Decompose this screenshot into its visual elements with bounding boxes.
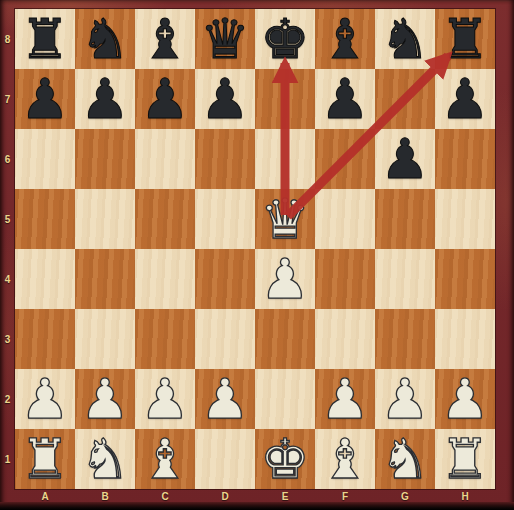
white-pawn[interactable]: ♟ (255, 249, 315, 309)
square-e5[interactable]: ♛ (255, 189, 315, 249)
square-g4[interactable] (375, 249, 435, 309)
square-e4[interactable]: ♟ (255, 249, 315, 309)
black-pawn[interactable]: ♟ (195, 69, 255, 129)
square-c8[interactable]: ♝ (135, 9, 195, 69)
square-h5[interactable] (435, 189, 495, 249)
black-pawn[interactable]: ♟ (435, 69, 495, 129)
file-label-b: B (75, 489, 135, 503)
square-e8[interactable]: ♚ (255, 9, 315, 69)
square-b5[interactable] (75, 189, 135, 249)
file-label-e: E (255, 489, 315, 503)
black-pawn[interactable]: ♟ (75, 69, 135, 129)
black-bishop[interactable]: ♝ (135, 9, 195, 69)
file-label-f: F (315, 489, 375, 503)
white-rook[interactable]: ♜ (15, 429, 75, 489)
square-f1[interactable]: ♝ (315, 429, 375, 489)
white-pawn[interactable]: ♟ (375, 369, 435, 429)
square-d8[interactable]: ♛ (195, 9, 255, 69)
square-d2[interactable]: ♟ (195, 369, 255, 429)
white-knight[interactable]: ♞ (375, 429, 435, 489)
square-h8[interactable]: ♜ (435, 9, 495, 69)
square-b1[interactable]: ♞ (75, 429, 135, 489)
white-knight[interactable]: ♞ (75, 429, 135, 489)
black-rook[interactable]: ♜ (15, 9, 75, 69)
square-h7[interactable]: ♟ (435, 69, 495, 129)
rank-label-7: 7 (0, 69, 15, 129)
rank-label-4: 4 (0, 249, 15, 309)
square-b4[interactable] (75, 249, 135, 309)
square-f2[interactable]: ♟ (315, 369, 375, 429)
square-d7[interactable]: ♟ (195, 69, 255, 129)
white-bishop[interactable]: ♝ (135, 429, 195, 489)
square-g5[interactable] (375, 189, 435, 249)
square-c1[interactable]: ♝ (135, 429, 195, 489)
square-c6[interactable] (135, 129, 195, 189)
square-e7[interactable] (255, 69, 315, 129)
file-label-c: C (135, 489, 195, 503)
square-f6[interactable] (315, 129, 375, 189)
white-pawn[interactable]: ♟ (435, 369, 495, 429)
white-pawn[interactable]: ♟ (15, 369, 75, 429)
black-pawn[interactable]: ♟ (135, 69, 195, 129)
square-b2[interactable]: ♟ (75, 369, 135, 429)
square-f8[interactable]: ♝ (315, 9, 375, 69)
rank-label-8: 8 (0, 9, 15, 69)
black-king[interactable]: ♚ (255, 9, 315, 69)
square-d4[interactable] (195, 249, 255, 309)
white-rook[interactable]: ♜ (435, 429, 495, 489)
square-h3[interactable] (435, 309, 495, 369)
square-g1[interactable]: ♞ (375, 429, 435, 489)
square-d3[interactable] (195, 309, 255, 369)
square-g6[interactable]: ♟ (375, 129, 435, 189)
black-pawn[interactable]: ♟ (15, 69, 75, 129)
white-queen[interactable]: ♛ (255, 189, 315, 249)
square-g2[interactable]: ♟ (375, 369, 435, 429)
square-g3[interactable] (375, 309, 435, 369)
square-c7[interactable]: ♟ (135, 69, 195, 129)
square-a4[interactable] (15, 249, 75, 309)
file-label-g: G (375, 489, 435, 503)
square-d6[interactable] (195, 129, 255, 189)
square-c2[interactable]: ♟ (135, 369, 195, 429)
rank-label-5: 5 (0, 189, 15, 249)
file-labels: ABCDEFGH (15, 489, 495, 503)
square-a8[interactable]: ♜ (15, 9, 75, 69)
square-c4[interactable] (135, 249, 195, 309)
square-a3[interactable] (15, 309, 75, 369)
square-f4[interactable] (315, 249, 375, 309)
square-e2[interactable] (255, 369, 315, 429)
rank-label-1: 1 (0, 429, 15, 489)
white-pawn[interactable]: ♟ (195, 369, 255, 429)
square-f5[interactable] (315, 189, 375, 249)
square-a2[interactable]: ♟ (15, 369, 75, 429)
chess-board-app: ♜♞♝♛♚♝♞♜♟♟♟♟♟♟♟♛♟♟♟♟♟♟♟♟♜♞♝♚♝♞♜ 87654321… (0, 0, 514, 510)
square-h1[interactable]: ♜ (435, 429, 495, 489)
file-label-d: D (195, 489, 255, 503)
rank-label-3: 3 (0, 309, 15, 369)
chess-board: ♜♞♝♛♚♝♞♜♟♟♟♟♟♟♟♛♟♟♟♟♟♟♟♟♜♞♝♚♝♞♜ (15, 9, 495, 489)
square-b8[interactable]: ♞ (75, 9, 135, 69)
square-e6[interactable] (255, 129, 315, 189)
black-pawn[interactable]: ♟ (315, 69, 375, 129)
file-label-a: A (15, 489, 75, 503)
square-f7[interactable]: ♟ (315, 69, 375, 129)
square-b3[interactable] (75, 309, 135, 369)
black-bishop[interactable]: ♝ (315, 9, 375, 69)
square-g8[interactable]: ♞ (375, 9, 435, 69)
square-e3[interactable] (255, 309, 315, 369)
black-rook[interactable]: ♜ (435, 9, 495, 69)
white-pawn[interactable]: ♟ (135, 369, 195, 429)
square-c5[interactable] (135, 189, 195, 249)
square-a7[interactable]: ♟ (15, 69, 75, 129)
square-h2[interactable]: ♟ (435, 369, 495, 429)
square-h4[interactable] (435, 249, 495, 309)
square-b6[interactable] (75, 129, 135, 189)
white-pawn[interactable]: ♟ (75, 369, 135, 429)
square-d5[interactable] (195, 189, 255, 249)
square-b7[interactable]: ♟ (75, 69, 135, 129)
white-bishop[interactable]: ♝ (315, 429, 375, 489)
frame-bottom-edge (0, 502, 514, 510)
black-queen[interactable]: ♛ (195, 9, 255, 69)
black-knight[interactable]: ♞ (375, 9, 435, 69)
square-c3[interactable] (135, 309, 195, 369)
file-label-h: H (435, 489, 495, 503)
black-pawn[interactable]: ♟ (375, 129, 435, 189)
rank-labels: 87654321 (0, 9, 15, 489)
square-a1[interactable]: ♜ (15, 429, 75, 489)
square-e1[interactable]: ♚ (255, 429, 315, 489)
white-king[interactable]: ♚ (255, 429, 315, 489)
black-knight[interactable]: ♞ (75, 9, 135, 69)
rank-label-2: 2 (0, 369, 15, 429)
square-f3[interactable] (315, 309, 375, 369)
square-h6[interactable] (435, 129, 495, 189)
square-d1[interactable] (195, 429, 255, 489)
white-pawn[interactable]: ♟ (315, 369, 375, 429)
rank-label-6: 6 (0, 129, 15, 189)
square-a5[interactable] (15, 189, 75, 249)
square-a6[interactable] (15, 129, 75, 189)
square-g7[interactable] (375, 69, 435, 129)
